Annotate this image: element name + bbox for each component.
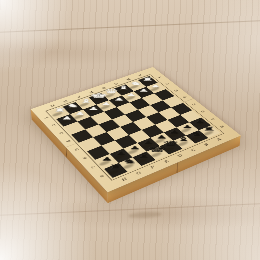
rank-label-left-2: 2: [49, 122, 58, 128]
rank-label-left-8: 8: [97, 173, 107, 180]
file-label-near-b: B: [201, 142, 211, 148]
file-label-near-h: H: [119, 176, 130, 183]
white-pawn-h2: ♟: [57, 116, 77, 120]
rank-label-left-1: 1: [42, 115, 51, 121]
chessboard-scene: HGFEDCBAHGFEDCBA1234567812345678 ♜♞♝♚♛♝♞…: [18, 7, 248, 237]
white-pawn-c2: ♟: [122, 93, 141, 97]
rank-label-left-7: 7: [88, 164, 98, 171]
white-rook-h1: ♜: [50, 108, 70, 113]
rank-label-left-4: 4: [64, 138, 73, 144]
file-label-near-f: F: [147, 164, 158, 170]
rank-label-left-3: 3: [56, 130, 65, 136]
rank-label-right-5: 5: [189, 102, 198, 107]
rank-label-right-4: 4: [180, 95, 189, 100]
file-label-near-e: E: [161, 158, 172, 164]
white-pawn-g2: ♟: [70, 111, 90, 115]
white-pawn-a2: ♟: [146, 84, 165, 88]
product-photo: HGFEDCBAHGFEDCBA1234567812345678 ♜♞♝♚♛♝♞…: [0, 0, 260, 260]
rank-label-left-5: 5: [72, 146, 82, 152]
white-pawn-e2: ♟: [97, 102, 116, 106]
rank-label-right-6: 6: [198, 109, 207, 115]
file-label-near-a: A: [214, 136, 224, 142]
rank-label-right-3: 3: [171, 88, 180, 93]
white-pawn-f2: ♟: [84, 106, 104, 110]
white-pawn-d2: ♟: [109, 97, 128, 101]
file-label-near-g: G: [133, 170, 144, 177]
board-plane: HGFEDCBAHGFEDCBA1234567812345678 ♜♞♝♚♛♝♞…: [31, 67, 241, 192]
file-label-near-c: C: [188, 147, 198, 153]
file-label-near-d: D: [175, 153, 186, 159]
white-pawn-b2: ♟: [134, 89, 153, 93]
rank-label-left-6: 6: [80, 155, 90, 162]
